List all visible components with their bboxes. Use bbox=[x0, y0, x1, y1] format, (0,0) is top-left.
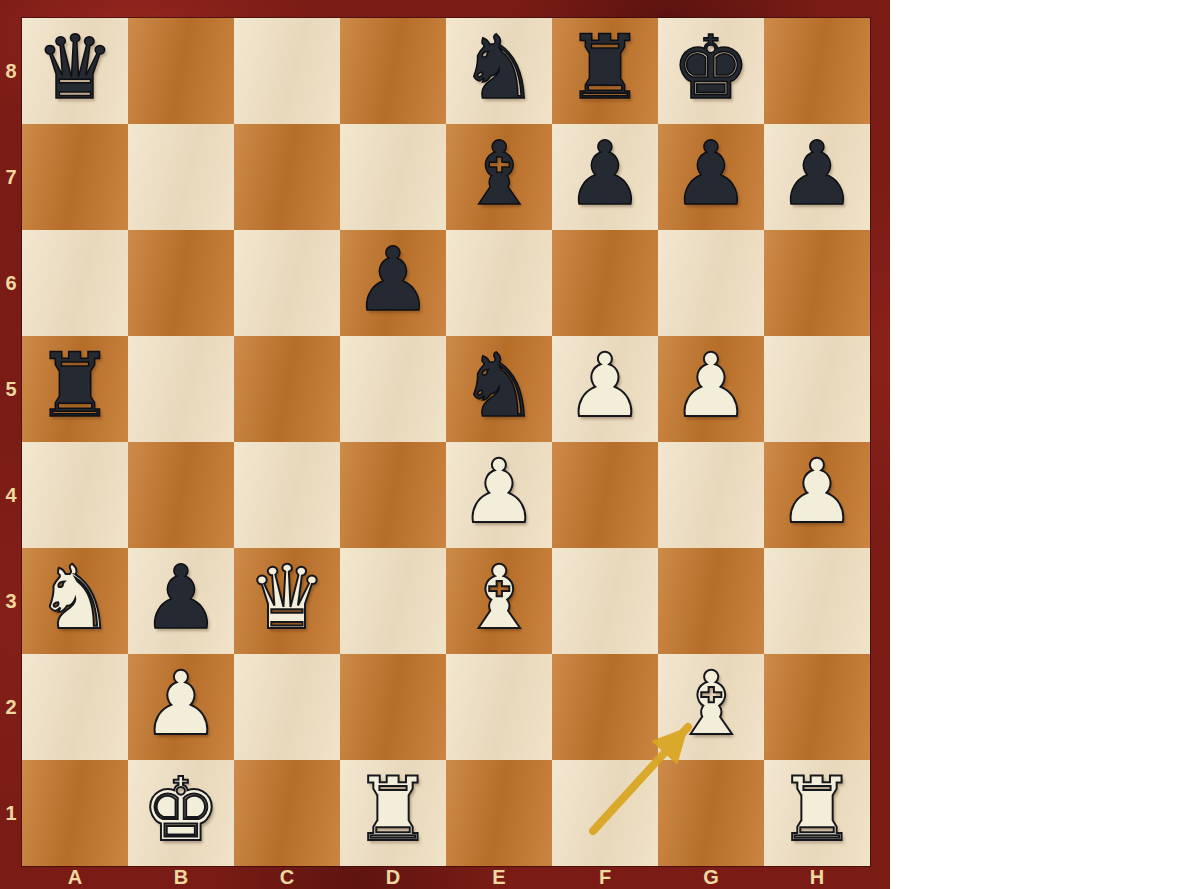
square-c6[interactable] bbox=[234, 230, 340, 336]
square-f2[interactable] bbox=[552, 654, 658, 760]
square-h1[interactable]: ♜ bbox=[764, 760, 870, 866]
square-a8[interactable]: ♛ bbox=[22, 18, 128, 124]
piece-bn-e8[interactable]: ♞ bbox=[446, 15, 552, 121]
file-label-b: B bbox=[128, 866, 234, 889]
square-e7[interactable]: ♝ bbox=[446, 124, 552, 230]
square-b7[interactable] bbox=[128, 124, 234, 230]
square-h7[interactable]: ♟ bbox=[764, 124, 870, 230]
square-f1[interactable] bbox=[552, 760, 658, 866]
square-e1[interactable] bbox=[446, 760, 552, 866]
piece-wb-g2[interactable]: ♝ bbox=[658, 651, 764, 757]
file-label-a: A bbox=[22, 866, 128, 889]
piece-bp-f7[interactable]: ♟ bbox=[552, 121, 658, 227]
square-e6[interactable] bbox=[446, 230, 552, 336]
square-d2[interactable] bbox=[340, 654, 446, 760]
square-b5[interactable] bbox=[128, 336, 234, 442]
square-h2[interactable] bbox=[764, 654, 870, 760]
file-label-f: F bbox=[552, 866, 658, 889]
rank-label-2: 2 bbox=[0, 654, 22, 760]
piece-wp-e4[interactable]: ♟ bbox=[446, 439, 552, 545]
piece-wp-b2[interactable]: ♟ bbox=[128, 651, 234, 757]
square-c5[interactable] bbox=[234, 336, 340, 442]
square-a3[interactable]: ♞ bbox=[22, 548, 128, 654]
square-c7[interactable] bbox=[234, 124, 340, 230]
square-g8[interactable]: ♚ bbox=[658, 18, 764, 124]
square-e4[interactable]: ♟ bbox=[446, 442, 552, 548]
rank-label-5: 5 bbox=[0, 336, 22, 442]
square-d1[interactable]: ♜ bbox=[340, 760, 446, 866]
square-e8[interactable]: ♞ bbox=[446, 18, 552, 124]
square-g6[interactable] bbox=[658, 230, 764, 336]
piece-br-a5[interactable]: ♜ bbox=[22, 333, 128, 439]
piece-wb-e3[interactable]: ♝ bbox=[446, 545, 552, 651]
square-f5[interactable]: ♟ bbox=[552, 336, 658, 442]
square-b6[interactable] bbox=[128, 230, 234, 336]
square-g2[interactable]: ♝ bbox=[658, 654, 764, 760]
rank-label-3: 3 bbox=[0, 548, 22, 654]
square-d6[interactable]: ♟ bbox=[340, 230, 446, 336]
square-h5[interactable] bbox=[764, 336, 870, 442]
board[interactable]: ♛♞♜♚♝♟♟♟♟♜♞♟♟♟♟♞♟♛♝♟♝♚♜♜ bbox=[22, 18, 870, 866]
piece-wr-d1[interactable]: ♜ bbox=[340, 757, 446, 863]
rank-labels: 87654321 bbox=[0, 18, 22, 866]
square-g5[interactable]: ♟ bbox=[658, 336, 764, 442]
piece-bn-e5[interactable]: ♞ bbox=[446, 333, 552, 439]
square-c2[interactable] bbox=[234, 654, 340, 760]
square-c3[interactable]: ♛ bbox=[234, 548, 340, 654]
piece-bp-g7[interactable]: ♟ bbox=[658, 121, 764, 227]
square-e2[interactable] bbox=[446, 654, 552, 760]
square-h8[interactable] bbox=[764, 18, 870, 124]
square-b8[interactable] bbox=[128, 18, 234, 124]
piece-wn-a3[interactable]: ♞ bbox=[22, 545, 128, 651]
piece-wq-c3[interactable]: ♛ bbox=[234, 545, 340, 651]
square-a4[interactable] bbox=[22, 442, 128, 548]
board-frame: 87654321 ♛♞♜♚♝♟♟♟♟♜♞♟♟♟♟♞♟♛♝♟♝♚♜♜ ABCDEF… bbox=[0, 0, 890, 889]
square-e5[interactable]: ♞ bbox=[446, 336, 552, 442]
square-f8[interactable]: ♜ bbox=[552, 18, 658, 124]
square-d7[interactable] bbox=[340, 124, 446, 230]
file-label-h: H bbox=[764, 866, 870, 889]
file-label-d: D bbox=[340, 866, 446, 889]
square-b1[interactable]: ♚ bbox=[128, 760, 234, 866]
square-e3[interactable]: ♝ bbox=[446, 548, 552, 654]
square-h4[interactable]: ♟ bbox=[764, 442, 870, 548]
square-d5[interactable] bbox=[340, 336, 446, 442]
square-c8[interactable] bbox=[234, 18, 340, 124]
piece-bb-e7[interactable]: ♝ bbox=[446, 121, 552, 227]
page: 87654321 ♛♞♜♚♝♟♟♟♟♜♞♟♟♟♟♞♟♛♝♟♝♚♜♜ ABCDEF… bbox=[0, 0, 1200, 889]
square-a2[interactable] bbox=[22, 654, 128, 760]
piece-bp-d6[interactable]: ♟ bbox=[340, 227, 446, 333]
piece-bq-a8[interactable]: ♛ bbox=[22, 15, 128, 121]
square-f6[interactable] bbox=[552, 230, 658, 336]
square-f3[interactable] bbox=[552, 548, 658, 654]
piece-wp-g5[interactable]: ♟ bbox=[658, 333, 764, 439]
square-g7[interactable]: ♟ bbox=[658, 124, 764, 230]
square-h6[interactable] bbox=[764, 230, 870, 336]
piece-bk-g8[interactable]: ♚ bbox=[658, 15, 764, 121]
piece-wr-h1[interactable]: ♜ bbox=[764, 757, 870, 863]
square-a1[interactable] bbox=[22, 760, 128, 866]
square-a6[interactable] bbox=[22, 230, 128, 336]
square-g4[interactable] bbox=[658, 442, 764, 548]
square-c1[interactable] bbox=[234, 760, 340, 866]
file-label-g: G bbox=[658, 866, 764, 889]
square-f7[interactable]: ♟ bbox=[552, 124, 658, 230]
square-d8[interactable] bbox=[340, 18, 446, 124]
piece-bp-b3[interactable]: ♟ bbox=[128, 545, 234, 651]
file-label-c: C bbox=[234, 866, 340, 889]
rank-label-1: 1 bbox=[0, 760, 22, 866]
square-a5[interactable]: ♜ bbox=[22, 336, 128, 442]
square-a7[interactable] bbox=[22, 124, 128, 230]
file-label-e: E bbox=[446, 866, 552, 889]
rank-label-6: 6 bbox=[0, 230, 22, 336]
square-d4[interactable] bbox=[340, 442, 446, 548]
square-h3[interactable] bbox=[764, 548, 870, 654]
square-b2[interactable]: ♟ bbox=[128, 654, 234, 760]
file-labels: ABCDEFGH bbox=[22, 866, 870, 889]
piece-bp-h7[interactable]: ♟ bbox=[764, 121, 870, 227]
square-f4[interactable] bbox=[552, 442, 658, 548]
rank-label-8: 8 bbox=[0, 18, 22, 124]
square-b4[interactable] bbox=[128, 442, 234, 548]
square-g3[interactable] bbox=[658, 548, 764, 654]
piece-br-f8[interactable]: ♜ bbox=[552, 15, 658, 121]
piece-wk-b1[interactable]: ♚ bbox=[128, 757, 234, 863]
square-b3[interactable]: ♟ bbox=[128, 548, 234, 654]
square-d3[interactable] bbox=[340, 548, 446, 654]
rank-label-7: 7 bbox=[0, 124, 22, 230]
rank-label-4: 4 bbox=[0, 442, 22, 548]
piece-wp-h4[interactable]: ♟ bbox=[764, 439, 870, 545]
square-g1[interactable] bbox=[658, 760, 764, 866]
piece-wp-f5[interactable]: ♟ bbox=[552, 333, 658, 439]
square-c4[interactable] bbox=[234, 442, 340, 548]
